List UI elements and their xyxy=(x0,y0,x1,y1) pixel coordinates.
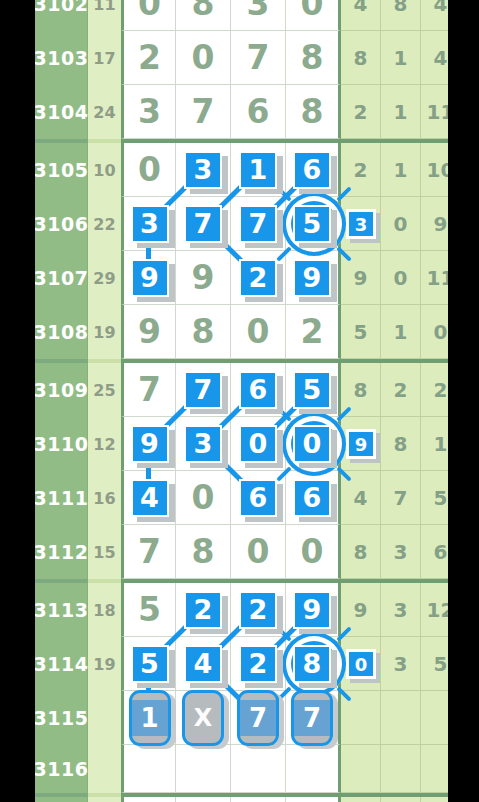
draw-id-cell: 3110 xyxy=(35,417,88,471)
stat-cell: 2 xyxy=(381,363,421,417)
digit-cell: 4 xyxy=(121,471,176,525)
digit-cell: 7 xyxy=(231,197,286,251)
digit-cell: 2 xyxy=(231,583,286,637)
plain-digit: 0 xyxy=(138,0,161,23)
digit-cell: 5 xyxy=(286,197,341,251)
highlighted-digit: 2 xyxy=(239,645,277,683)
stat-cell xyxy=(341,797,381,802)
plain-digit: 3 xyxy=(138,92,161,131)
plain-digit: 0 xyxy=(247,532,270,571)
draw-id-cell: 3112 xyxy=(35,525,88,579)
plain-digit: 0 xyxy=(138,150,161,189)
digit-cell: 6 xyxy=(231,85,286,139)
plain-digit: 9 xyxy=(138,312,161,351)
draw-index-cell: 24 xyxy=(88,85,121,139)
digit-cell: 0 xyxy=(121,143,176,197)
digit-cell: 0 xyxy=(176,31,231,85)
stat-cell: 2 xyxy=(341,85,381,139)
digit-cell: 7 xyxy=(286,691,341,745)
lottery-chart-screen: 3102110830484310317207881431042437682111… xyxy=(0,0,479,802)
draw-id-cell xyxy=(35,797,88,802)
digit-cell: 0 xyxy=(286,0,341,31)
plain-digit: 2 xyxy=(301,312,324,351)
digit-cell: 2 xyxy=(121,31,176,85)
digit-tile-button[interactable]: 7 xyxy=(291,690,333,746)
draw-index-cell: 22 xyxy=(88,197,121,251)
draw-row: 3108199802510 xyxy=(35,305,461,359)
highlighted-digit: 6 xyxy=(239,371,277,409)
digit-cell: 2 xyxy=(231,637,286,691)
highlighted-digit: 9 xyxy=(131,425,169,463)
stat-cell: 0 xyxy=(381,251,421,305)
digit-cell: 2 xyxy=(176,583,231,637)
plain-digit: 9 xyxy=(192,258,215,297)
digit-cell: 9 xyxy=(121,417,176,471)
highlighted-digit: 4 xyxy=(184,645,222,683)
highlighted-digit: 7 xyxy=(239,205,277,243)
stat-cell xyxy=(381,797,421,802)
plain-digit: 6 xyxy=(247,92,270,131)
plain-digit: 7 xyxy=(138,532,161,571)
draw-index-cell: 17 xyxy=(88,31,121,85)
plain-digit: 8 xyxy=(192,312,215,351)
highlighted-digit: 5 xyxy=(131,645,169,683)
digit-cell: 7 xyxy=(176,363,231,417)
highlighted-digit: 5 xyxy=(293,205,331,243)
draw-index-cell: 12 xyxy=(88,417,121,471)
highlighted-digit: 2 xyxy=(239,259,277,297)
stat-cell: 1 xyxy=(381,143,421,197)
digit-cell: 6 xyxy=(231,363,286,417)
stat-cell: 8 xyxy=(341,31,381,85)
draw-row: 3109257765822 xyxy=(35,363,461,417)
digit-cell: 0 xyxy=(231,417,286,471)
highlighted-digit: 9 xyxy=(131,259,169,297)
digit-cell: 9 xyxy=(121,251,176,305)
draw-index-cell: 18 xyxy=(88,583,121,637)
stat-cell xyxy=(341,417,381,471)
highlighted-digit: 9 xyxy=(293,259,331,297)
digit-cell: 2 xyxy=(286,305,341,359)
highlighted-digit: 3 xyxy=(131,205,169,243)
stat-cell xyxy=(341,745,381,793)
draw-row: 31131852299312 xyxy=(35,583,461,637)
draw-id-cell: 3106 xyxy=(35,197,88,251)
digit-cell: 6 xyxy=(286,471,341,525)
highlighted-digit: 1 xyxy=(239,151,277,189)
digit-cell: 8 xyxy=(286,637,341,691)
draw-row: 310622377509 xyxy=(35,197,461,251)
draw-row: 3103172078814 xyxy=(35,31,461,85)
digit-cell: 7 xyxy=(176,197,231,251)
stat-cell: 8 xyxy=(341,363,381,417)
draw-id-cell: 3111 xyxy=(35,471,88,525)
digit-cell xyxy=(121,745,176,793)
stat-cell: 3 xyxy=(381,583,421,637)
draw-row: 31151X77 xyxy=(35,691,461,745)
digit-cell: 7 xyxy=(176,85,231,139)
plain-digit: 7 xyxy=(247,38,270,77)
draw-index-cell: 19 xyxy=(88,305,121,359)
highlighted-digit: 3 xyxy=(184,151,222,189)
highlighted-digit: 4 xyxy=(131,479,169,517)
digit-cell: 0 xyxy=(286,417,341,471)
stat-cell xyxy=(341,691,381,745)
digit-cell: 5 xyxy=(286,363,341,417)
draw-index-cell xyxy=(88,691,121,745)
stat-cell: 7 xyxy=(381,471,421,525)
draw-row: 31051003162110 xyxy=(35,143,461,197)
digit-cell: 5 xyxy=(121,637,176,691)
draw-id-cell: 3116 xyxy=(35,745,88,793)
digit-cell: 5 xyxy=(121,583,176,637)
right-letterbox-bar xyxy=(448,0,479,802)
stat-cell xyxy=(341,637,381,691)
plain-digit: 8 xyxy=(301,92,324,131)
draw-id-cell: 3109 xyxy=(35,363,88,417)
digit-tile-button[interactable]: 7 xyxy=(237,690,279,746)
digit-cell: 1 xyxy=(231,143,286,197)
digit-cell: 0 xyxy=(231,305,286,359)
plain-digit: 8 xyxy=(301,38,324,77)
draw-index-cell: 29 xyxy=(88,251,121,305)
draw-id-cell: 3102 xyxy=(35,0,88,31)
highlighted-digit: 6 xyxy=(293,151,331,189)
digit-cell: 0 xyxy=(176,471,231,525)
digit-cell xyxy=(176,797,231,802)
digit-cell: 1 xyxy=(121,691,176,745)
stat-cell: 9 xyxy=(341,583,381,637)
digit-cell: 9 xyxy=(176,251,231,305)
draw-row xyxy=(35,797,461,802)
plain-digit: 7 xyxy=(138,370,161,409)
draw-row: 31042437682111 xyxy=(35,85,461,139)
highlighted-digit: 6 xyxy=(293,479,331,517)
draw-index-cell: 16 xyxy=(88,471,121,525)
stat-cell: 3 xyxy=(381,525,421,579)
plain-digit: 0 xyxy=(192,38,215,77)
left-letterbox-bar xyxy=(0,0,35,802)
draw-index-cell: 15 xyxy=(88,525,121,579)
highlighted-digit: 7 xyxy=(184,371,222,409)
digit-cell: 6 xyxy=(231,471,286,525)
digit-cell: 0 xyxy=(121,0,176,31)
draw-id-cell: 3103 xyxy=(35,31,88,85)
stat-cell: 8 xyxy=(381,0,421,31)
digit-cell: 7 xyxy=(121,525,176,579)
digit-cell: 3 xyxy=(176,143,231,197)
stat-cell xyxy=(381,691,421,745)
draw-row: 3111164066475 xyxy=(35,471,461,525)
plain-digit: 0 xyxy=(301,0,324,23)
stat-cell: 8 xyxy=(381,417,421,471)
draw-row: 3102110830484 xyxy=(35,0,461,31)
digit-cell: 3 xyxy=(176,417,231,471)
draw-row: 311419542835 xyxy=(35,637,461,691)
delete-tile-button[interactable]: X xyxy=(182,690,224,746)
digit-cell: 9 xyxy=(121,305,176,359)
digit-cell: 8 xyxy=(176,305,231,359)
digit-cell: 2 xyxy=(231,251,286,305)
plain-digit: 0 xyxy=(301,532,324,571)
plain-digit: 0 xyxy=(192,478,215,517)
plain-digit: 7 xyxy=(192,92,215,131)
digit-cell: 9 xyxy=(286,251,341,305)
stat-cell xyxy=(341,197,381,251)
draw-index-cell: 11 xyxy=(88,0,121,31)
draw-index-cell xyxy=(88,745,121,793)
digit-cell: 7 xyxy=(231,691,286,745)
plain-digit: 5 xyxy=(138,590,161,629)
draw-row: 311012930081 xyxy=(35,417,461,471)
digit-cell xyxy=(231,797,286,802)
digit-tile-button[interactable]: 1 xyxy=(129,690,171,746)
highlighted-digit: 0 xyxy=(293,425,331,463)
highlighted-digit: 9 xyxy=(293,591,331,629)
highlighted-digit: 0 xyxy=(239,425,277,463)
stat-cell: 1 xyxy=(381,31,421,85)
digit-cell xyxy=(231,745,286,793)
draw-row: 3112157800836 xyxy=(35,525,461,579)
plain-digit: 2 xyxy=(138,38,161,77)
digit-cell: 7 xyxy=(121,363,176,417)
draw-id-cell: 3114 xyxy=(35,637,88,691)
digit-cell xyxy=(286,745,341,793)
digit-cell: 8 xyxy=(176,525,231,579)
draw-index-cell: 25 xyxy=(88,363,121,417)
plain-digit: 8 xyxy=(192,532,215,571)
stat-cell: 1 xyxy=(381,85,421,139)
digit-cell: 4 xyxy=(176,637,231,691)
digit-cell: 8 xyxy=(176,0,231,31)
highlighted-digit: 2 xyxy=(184,591,222,629)
highlighted-digit: 5 xyxy=(293,371,331,409)
draw-id-cell: 3108 xyxy=(35,305,88,359)
draw-id-cell: 3113 xyxy=(35,583,88,637)
digit-cell: 6 xyxy=(286,143,341,197)
digit-cell: 9 xyxy=(286,583,341,637)
draw-id-cell: 3104 xyxy=(35,85,88,139)
draw-index-cell xyxy=(88,797,121,802)
plain-digit: 8 xyxy=(192,0,215,23)
highlighted-digit: 8 xyxy=(293,645,331,683)
highlighted-digit: 6 xyxy=(239,479,277,517)
plain-digit: 3 xyxy=(247,0,270,23)
digit-cell xyxy=(121,797,176,802)
draw-index-cell: 10 xyxy=(88,143,121,197)
digit-cell: 7 xyxy=(231,31,286,85)
stat-cell: 0 xyxy=(381,197,421,251)
stat-cell: 9 xyxy=(341,251,381,305)
draw-id-cell: 3115 xyxy=(35,691,88,745)
plain-digit: 0 xyxy=(247,312,270,351)
board: 3102110830484310317207881431042437682111… xyxy=(35,0,461,802)
highlighted-digit: 2 xyxy=(239,591,277,629)
stat-cell xyxy=(381,745,421,793)
draw-row: 3116 xyxy=(35,745,461,793)
digit-cell: 3 xyxy=(121,197,176,251)
digit-cell xyxy=(176,745,231,793)
digit-cell: 0 xyxy=(231,525,286,579)
draw-index-cell: 19 xyxy=(88,637,121,691)
digit-cell: X xyxy=(176,691,231,745)
stat-cell: 2 xyxy=(341,143,381,197)
draw-row: 31072999299011 xyxy=(35,251,461,305)
draw-id-cell: 3107 xyxy=(35,251,88,305)
digit-cell: 0 xyxy=(286,525,341,579)
stat-cell: 4 xyxy=(341,0,381,31)
digit-cell: 3 xyxy=(121,85,176,139)
digit-cell xyxy=(286,797,341,802)
draw-id-cell: 3105 xyxy=(35,143,88,197)
stat-cell: 5 xyxy=(341,305,381,359)
digit-cell: 8 xyxy=(286,85,341,139)
stat-cell: 8 xyxy=(341,525,381,579)
stat-cell: 4 xyxy=(341,471,381,525)
highlighted-digit: 7 xyxy=(184,205,222,243)
digit-cell: 8 xyxy=(286,31,341,85)
stat-cell: 3 xyxy=(381,637,421,691)
stat-cell: 1 xyxy=(381,305,421,359)
highlighted-digit: 3 xyxy=(184,425,222,463)
digit-cell: 3 xyxy=(231,0,286,31)
